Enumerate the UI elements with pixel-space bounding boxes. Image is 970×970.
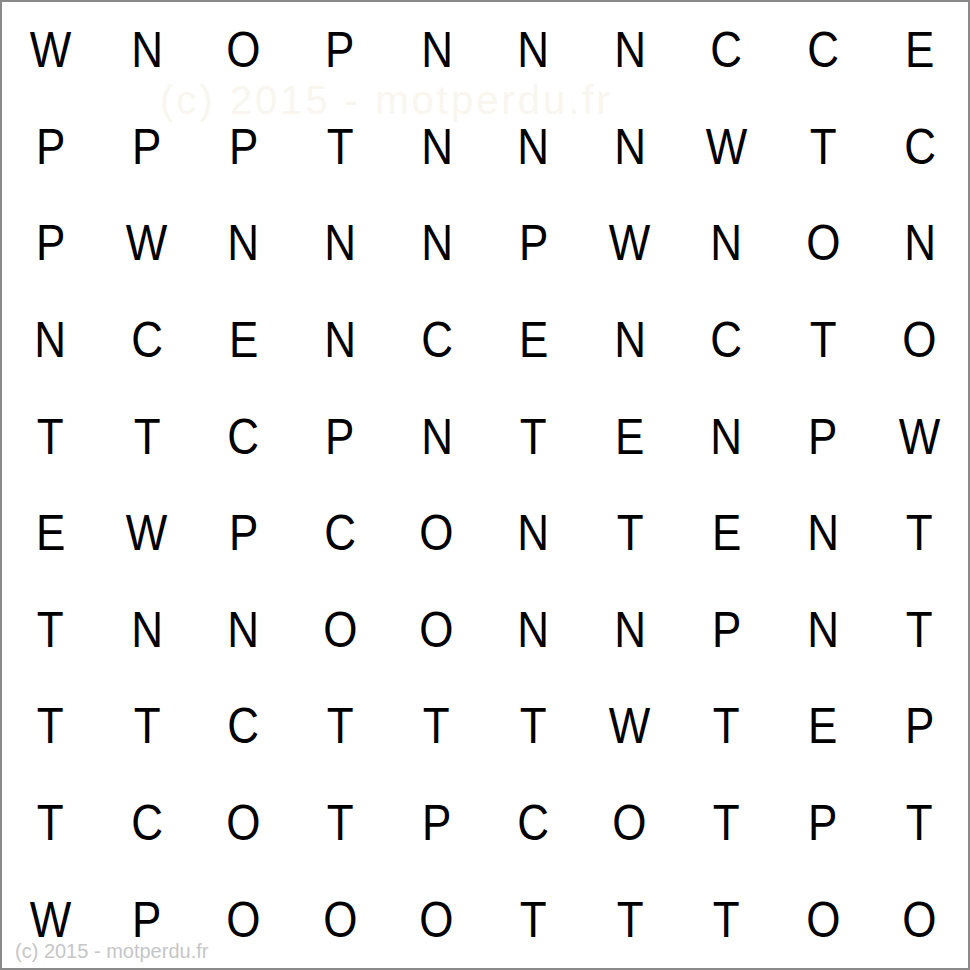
word-search-board: (c) 2015 - motperdu.fr WNOPNNNCCEPPPTNNN… <box>0 0 970 970</box>
grid-letter: O <box>903 315 937 365</box>
grid-letter: W <box>126 218 168 268</box>
grid-letter: N <box>614 122 646 172</box>
grid-cell-r9c4[interactable]: T <box>292 775 389 872</box>
grid-cell-r2c1[interactable]: P <box>2 99 99 196</box>
grid-letter: N <box>421 122 453 172</box>
grid-cell-r2c8[interactable]: W <box>678 99 775 196</box>
grid-letter: T <box>520 701 547 751</box>
grid-letter: O <box>806 895 840 945</box>
grid-letter: T <box>906 605 933 655</box>
grid-letter: N <box>517 25 549 75</box>
grid-cell-r4c9[interactable]: T <box>775 292 872 389</box>
grid-cell-r2c2[interactable]: P <box>99 99 196 196</box>
grid-letter: T <box>423 701 450 751</box>
grid-letter: T <box>520 895 547 945</box>
grid-letter: E <box>36 508 65 558</box>
grid-cell-r2c3[interactable]: P <box>195 99 292 196</box>
grid-cell-r6c9[interactable]: N <box>775 485 872 582</box>
grid-cell-r9c10[interactable]: T <box>871 775 968 872</box>
grid-cell-r3c3[interactable]: N <box>195 195 292 292</box>
grid-cell-r7c4[interactable]: O <box>292 582 389 679</box>
grid-letter: N <box>614 25 646 75</box>
grid-cell-r7c8[interactable]: P <box>678 582 775 679</box>
grid-cell-r10c3[interactable]: O <box>195 871 292 968</box>
grid-cell-r8c7[interactable]: W <box>582 678 679 775</box>
grid-letter: E <box>229 315 258 365</box>
grid-letter: T <box>616 508 643 558</box>
grid-letter: C <box>131 798 163 848</box>
grid-cell-r5c10[interactable]: W <box>871 388 968 485</box>
grid-cell-r9c6[interactable]: C <box>485 775 582 872</box>
grid-letter: W <box>126 508 168 558</box>
grid-cell-r8c5[interactable]: T <box>388 678 485 775</box>
grid-cell-r2c5[interactable]: N <box>388 99 485 196</box>
grid-letter: P <box>905 701 934 751</box>
grid-cell-r1c2[interactable]: N <box>99 2 196 99</box>
grid-cell-r5c2[interactable]: T <box>99 388 196 485</box>
grid-cell-r7c7[interactable]: N <box>582 582 679 679</box>
grid-letter: P <box>422 798 451 848</box>
grid-letter: P <box>132 122 161 172</box>
grid-letter: P <box>229 508 258 558</box>
grid-letter: N <box>228 218 260 268</box>
grid-letter: T <box>37 412 64 462</box>
grid-cell-r3c5[interactable]: N <box>388 195 485 292</box>
grid-cell-r10c4[interactable]: O <box>292 871 389 968</box>
grid-letter: N <box>904 218 936 268</box>
grid-cell-r1c10[interactable]: E <box>871 2 968 99</box>
grid-letter: N <box>711 218 743 268</box>
grid-letter: W <box>706 122 748 172</box>
grid-cell-r5c6[interactable]: T <box>485 388 582 485</box>
grid-letter: T <box>327 701 354 751</box>
grid-letter: T <box>133 412 160 462</box>
grid-cell-r4c4[interactable]: N <box>292 292 389 389</box>
grid-cell-r1c5[interactable]: N <box>388 2 485 99</box>
grid-letter: N <box>324 315 356 365</box>
grid-cell-r6c4[interactable]: C <box>292 485 389 582</box>
grid-cell-r10c9[interactable]: O <box>775 871 872 968</box>
grid-letter: C <box>228 701 260 751</box>
grid-letter: T <box>810 122 837 172</box>
grid-letter: N <box>34 315 66 365</box>
grid-letter: T <box>713 798 740 848</box>
grid-cell-r6c7[interactable]: T <box>582 485 679 582</box>
grid-letter: C <box>711 25 743 75</box>
grid-letter: P <box>132 895 161 945</box>
grid-cell-r7c10[interactable]: T <box>871 582 968 679</box>
grid-cell-r6c2[interactable]: W <box>99 485 196 582</box>
letter-grid: WNOPNNNCCEPPPTNNNWTCPWNNNPWNONNCENCENCTO… <box>2 2 968 968</box>
grid-letter: N <box>421 412 453 462</box>
grid-cell-r9c2[interactable]: C <box>99 775 196 872</box>
grid-letter: N <box>614 605 646 655</box>
grid-letter: T <box>327 122 354 172</box>
grid-cell-r10c10[interactable]: O <box>871 871 968 968</box>
grid-cell-r1c8[interactable]: C <box>678 2 775 99</box>
grid-cell-r2c7[interactable]: N <box>582 99 679 196</box>
grid-cell-r8c10[interactable]: P <box>871 678 968 775</box>
grid-cell-r8c3[interactable]: C <box>195 678 292 775</box>
grid-cell-r9c9[interactable]: P <box>775 775 872 872</box>
grid-cell-r3c8[interactable]: N <box>678 195 775 292</box>
grid-cell-r5c8[interactable]: N <box>678 388 775 485</box>
grid-cell-r4c3[interactable]: E <box>195 292 292 389</box>
grid-cell-r5c9[interactable]: P <box>775 388 872 485</box>
grid-cell-r1c4[interactable]: P <box>292 2 389 99</box>
grid-cell-r2c10[interactable]: C <box>871 99 968 196</box>
grid-cell-r8c6[interactable]: T <box>485 678 582 775</box>
grid-letter: T <box>713 895 740 945</box>
grid-cell-r4c2[interactable]: C <box>99 292 196 389</box>
grid-letter: T <box>327 798 354 848</box>
grid-letter: E <box>905 25 934 75</box>
grid-letter: P <box>325 412 354 462</box>
grid-cell-r9c1[interactable]: T <box>2 775 99 872</box>
grid-cell-r6c6[interactable]: N <box>485 485 582 582</box>
grid-cell-r6c10[interactable]: T <box>871 485 968 582</box>
grid-letter: T <box>713 701 740 751</box>
grid-letter: O <box>226 798 260 848</box>
grid-letter: E <box>519 315 548 365</box>
grid-cell-r5c5[interactable]: N <box>388 388 485 485</box>
grid-cell-r3c9[interactable]: O <box>775 195 872 292</box>
grid-letter: C <box>228 412 260 462</box>
grid-cell-r8c2[interactable]: T <box>99 678 196 775</box>
grid-letter: P <box>519 218 548 268</box>
grid-letter: C <box>807 25 839 75</box>
grid-cell-r10c7[interactable]: T <box>582 871 679 968</box>
grid-cell-r4c7[interactable]: N <box>582 292 679 389</box>
grid-cell-r4c6[interactable]: E <box>485 292 582 389</box>
grid-letter: T <box>37 701 64 751</box>
grid-letter: N <box>517 122 549 172</box>
grid-cell-r5c7[interactable]: E <box>582 388 679 485</box>
grid-cell-r1c7[interactable]: N <box>582 2 679 99</box>
grid-letter: N <box>228 605 260 655</box>
grid-letter: O <box>613 798 647 848</box>
grid-cell-r2c6[interactable]: N <box>485 99 582 196</box>
grid-letter: C <box>324 508 356 558</box>
grid-letter: N <box>807 605 839 655</box>
grid-letter: N <box>711 412 743 462</box>
grid-cell-r3c4[interactable]: N <box>292 195 389 292</box>
grid-letter: E <box>615 412 644 462</box>
grid-letter: T <box>906 508 933 558</box>
grid-letter: C <box>421 315 453 365</box>
grid-cell-r1c6[interactable]: N <box>485 2 582 99</box>
grid-cell-r1c9[interactable]: C <box>775 2 872 99</box>
grid-letter: T <box>616 895 643 945</box>
grid-cell-r7c2[interactable]: N <box>99 582 196 679</box>
grid-cell-r5c4[interactable]: P <box>292 388 389 485</box>
grid-letter: W <box>609 701 651 751</box>
grid-letter: T <box>906 798 933 848</box>
grid-letter: W <box>899 412 941 462</box>
grid-cell-r10c5[interactable]: O <box>388 871 485 968</box>
grid-letter: N <box>131 25 163 75</box>
grid-cell-r7c1[interactable]: T <box>2 582 99 679</box>
grid-letter: N <box>421 218 453 268</box>
grid-letter: O <box>420 895 454 945</box>
grid-letter: N <box>131 605 163 655</box>
grid-cell-r6c3[interactable]: P <box>195 485 292 582</box>
grid-cell-r6c8[interactable]: E <box>678 485 775 582</box>
grid-letter: P <box>712 605 741 655</box>
grid-cell-r5c1[interactable]: T <box>2 388 99 485</box>
grid-cell-r4c5[interactable]: C <box>388 292 485 389</box>
grid-letter: O <box>903 895 937 945</box>
grid-letter: T <box>810 315 837 365</box>
grid-letter: P <box>808 412 837 462</box>
grid-letter: P <box>229 122 258 172</box>
grid-cell-r4c1[interactable]: N <box>2 292 99 389</box>
grid-letter: T <box>133 701 160 751</box>
grid-cell-r10c8[interactable]: T <box>678 871 775 968</box>
grid-cell-r6c5[interactable]: O <box>388 485 485 582</box>
grid-letter: P <box>325 25 354 75</box>
grid-cell-r10c6[interactable]: T <box>485 871 582 968</box>
grid-letter: C <box>517 798 549 848</box>
grid-cell-r9c7[interactable]: O <box>582 775 679 872</box>
grid-letter: N <box>517 605 549 655</box>
grid-cell-r9c8[interactable]: T <box>678 775 775 872</box>
grid-letter: C <box>904 122 936 172</box>
grid-letter: N <box>517 508 549 558</box>
grid-letter: W <box>30 25 72 75</box>
grid-cell-r1c1[interactable]: W <box>2 2 99 99</box>
grid-cell-r2c9[interactable]: T <box>775 99 872 196</box>
grid-letter: N <box>614 315 646 365</box>
grid-letter: E <box>808 701 837 751</box>
grid-cell-r8c8[interactable]: T <box>678 678 775 775</box>
grid-letter: T <box>37 605 64 655</box>
grid-letter: O <box>420 508 454 558</box>
grid-cell-r4c8[interactable]: C <box>678 292 775 389</box>
grid-letter: O <box>226 25 260 75</box>
grid-letter: W <box>609 218 651 268</box>
grid-letter: C <box>131 315 163 365</box>
grid-cell-r3c7[interactable]: W <box>582 195 679 292</box>
copyright-text: (c) 2015 - motperdu.fr <box>15 940 208 963</box>
grid-cell-r6c1[interactable]: E <box>2 485 99 582</box>
grid-cell-r7c9[interactable]: N <box>775 582 872 679</box>
grid-letter: T <box>37 798 64 848</box>
grid-cell-r3c2[interactable]: W <box>99 195 196 292</box>
grid-cell-r7c6[interactable]: N <box>485 582 582 679</box>
grid-letter: P <box>36 218 65 268</box>
grid-letter: N <box>324 218 356 268</box>
grid-cell-r8c9[interactable]: E <box>775 678 872 775</box>
grid-cell-r8c4[interactable]: T <box>292 678 389 775</box>
grid-letter: P <box>36 122 65 172</box>
grid-cell-r7c3[interactable]: N <box>195 582 292 679</box>
grid-cell-r9c5[interactable]: P <box>388 775 485 872</box>
grid-letter: P <box>808 798 837 848</box>
grid-cell-r2c4[interactable]: T <box>292 99 389 196</box>
grid-cell-r4c10[interactable]: O <box>871 292 968 389</box>
grid-cell-r5c3[interactable]: C <box>195 388 292 485</box>
grid-letter: N <box>807 508 839 558</box>
grid-letter: O <box>806 218 840 268</box>
grid-cell-r9c3[interactable]: O <box>195 775 292 872</box>
grid-cell-r8c1[interactable]: T <box>2 678 99 775</box>
grid-letter: W <box>30 895 72 945</box>
grid-cell-r1c3[interactable]: O <box>195 2 292 99</box>
grid-letter: E <box>712 508 741 558</box>
grid-cell-r3c10[interactable]: N <box>871 195 968 292</box>
grid-cell-r3c6[interactable]: P <box>485 195 582 292</box>
grid-letter: O <box>226 895 260 945</box>
grid-letter: O <box>323 895 357 945</box>
grid-letter: T <box>520 412 547 462</box>
grid-letter: O <box>420 605 454 655</box>
grid-letter: N <box>421 25 453 75</box>
grid-cell-r7c5[interactable]: O <box>388 582 485 679</box>
grid-cell-r3c1[interactable]: P <box>2 195 99 292</box>
grid-letter: C <box>711 315 743 365</box>
grid-letter: O <box>323 605 357 655</box>
